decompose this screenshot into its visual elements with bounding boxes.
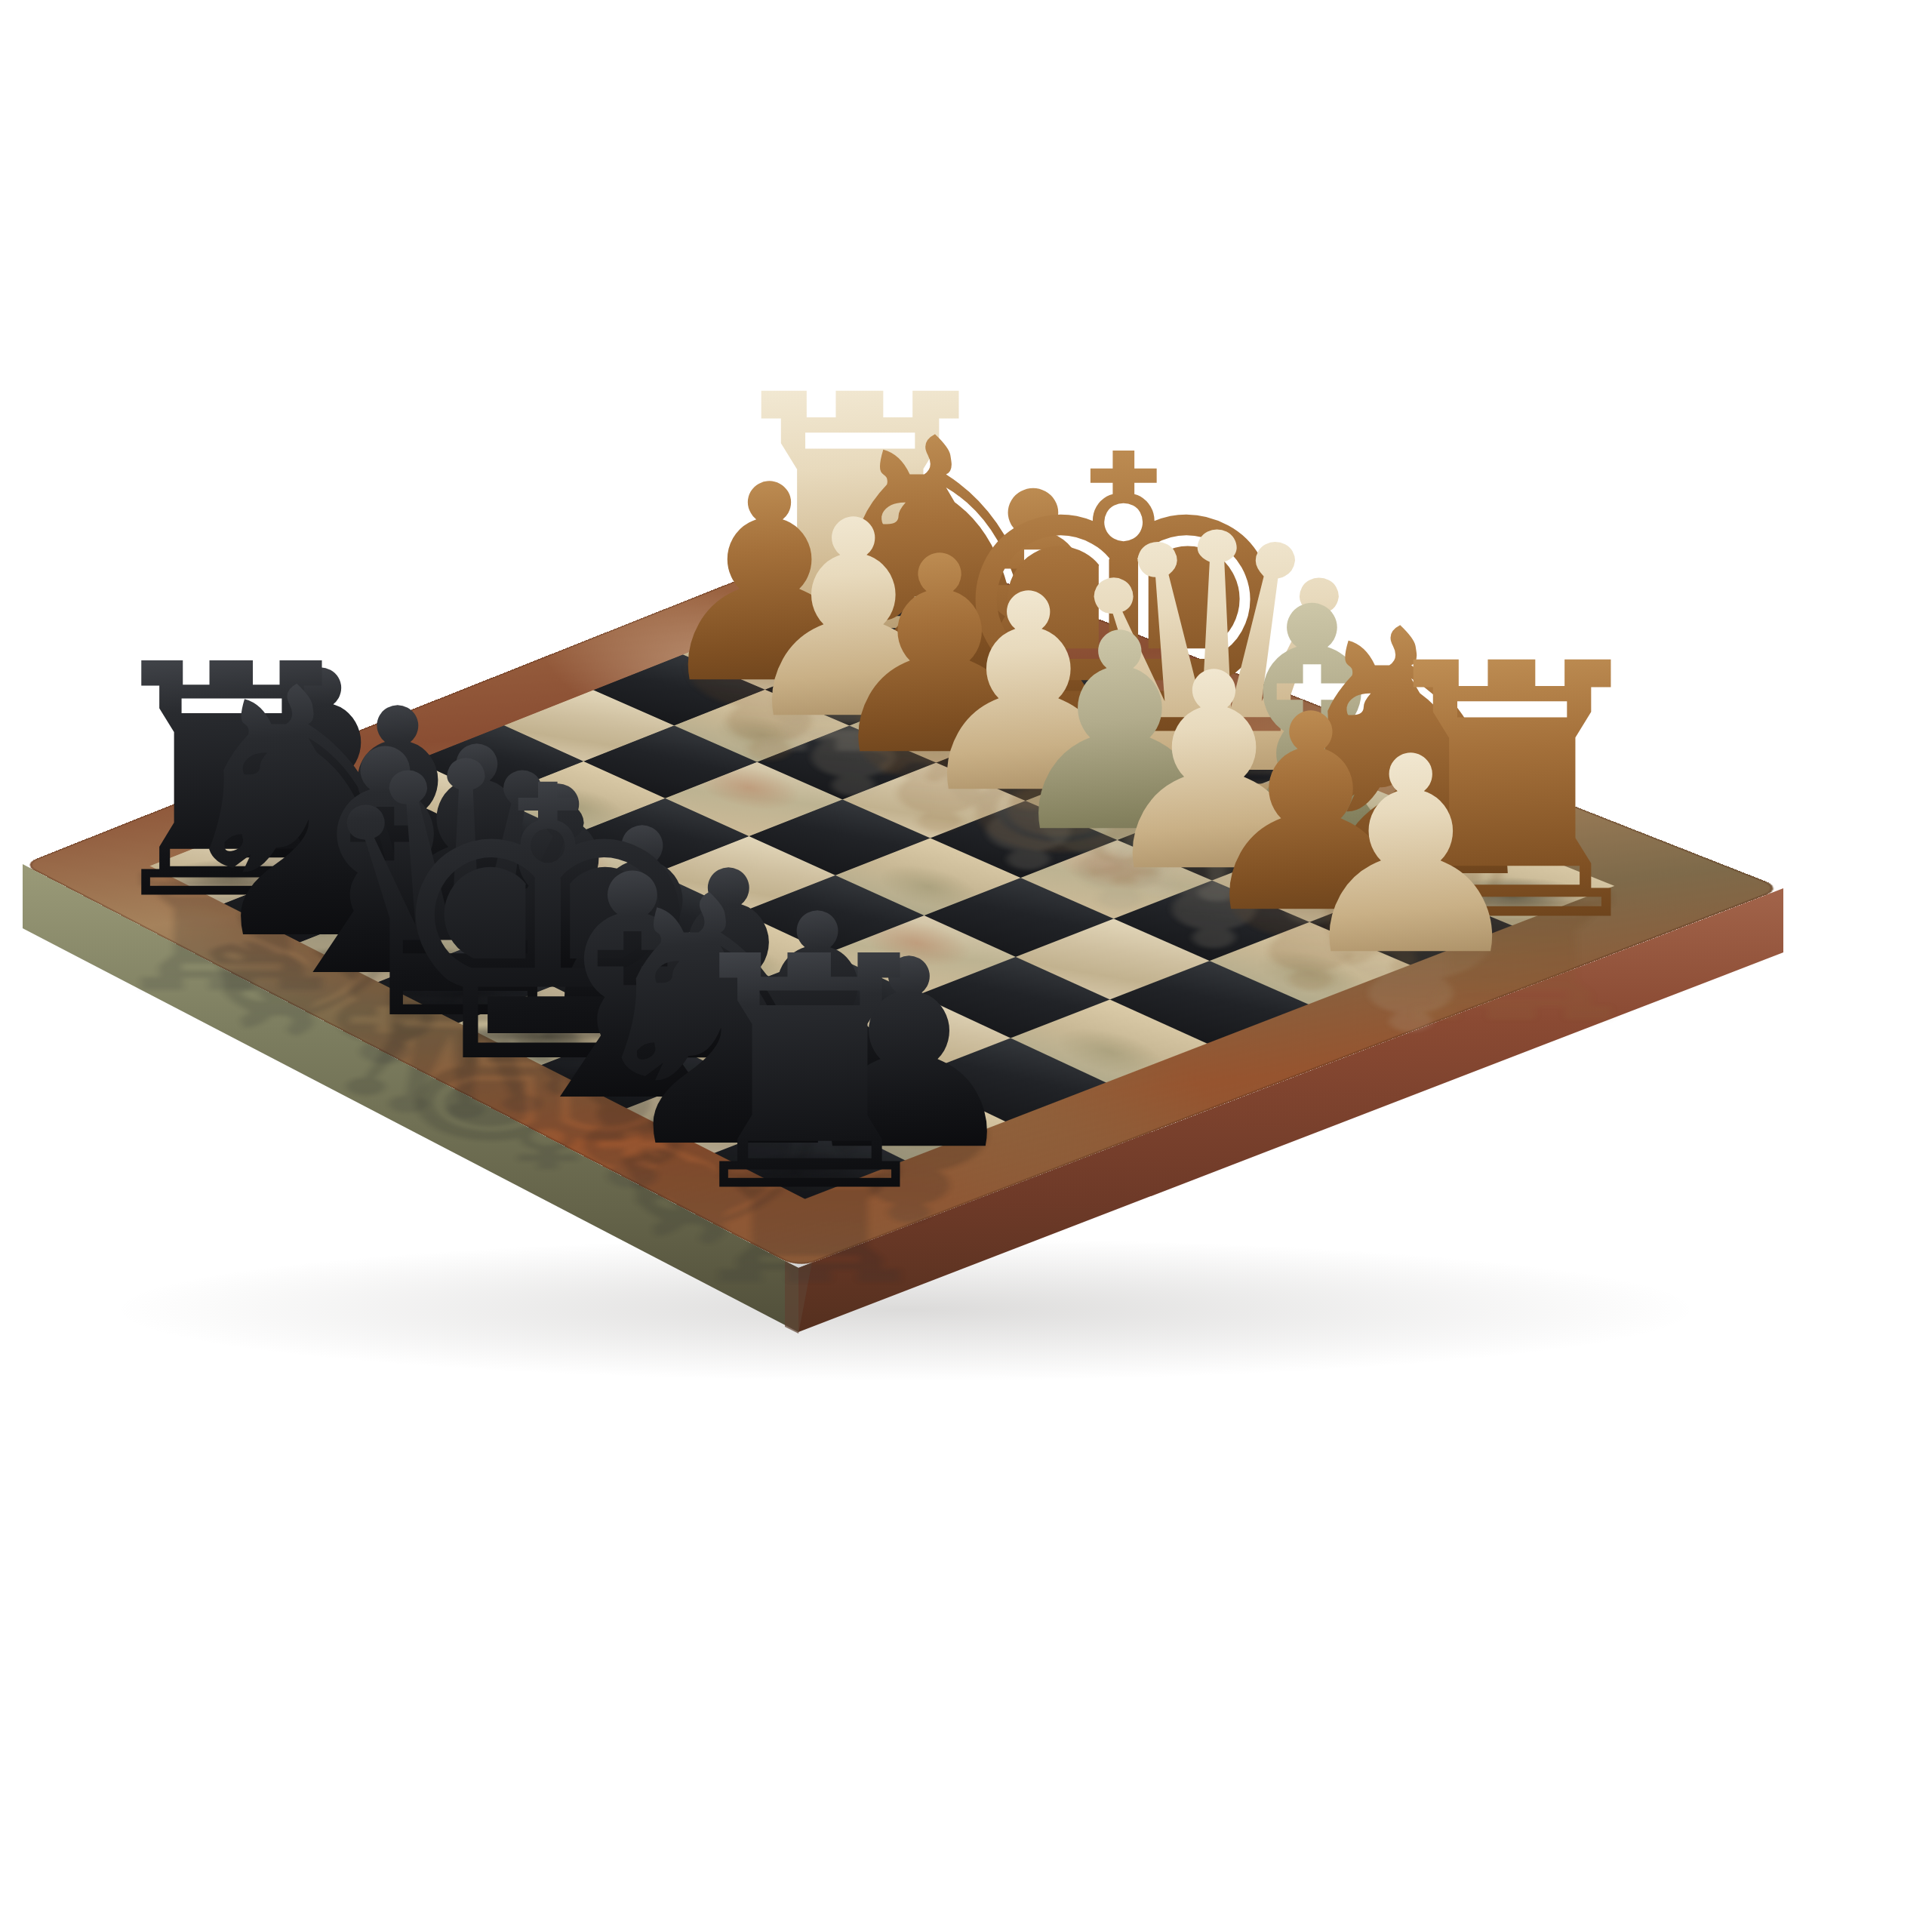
product-photo-scene: ♜♜♞♞♝♝♚♚♛♛♝♝♞♞♜♜♟♟♟♟♟♟♟♟♟♟♟♟♟♟♟♟♟♟♟♟♟♟♟♟… [0,0,1932,1932]
